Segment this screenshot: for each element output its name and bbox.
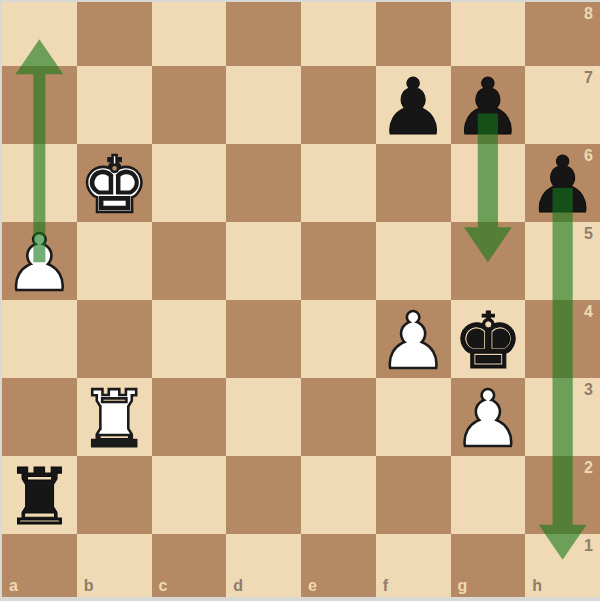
piece-bP-h6[interactable]: ♟ xyxy=(528,146,598,224)
square-a1[interactable]: a xyxy=(2,534,77,598)
square-b4[interactable] xyxy=(77,300,152,378)
piece-bK-g4[interactable]: ♚ xyxy=(453,302,523,380)
square-h5[interactable]: 5 xyxy=(525,222,600,300)
square-f6[interactable] xyxy=(376,144,451,222)
square-g1[interactable]: g xyxy=(451,534,526,598)
square-b7[interactable] xyxy=(77,66,152,144)
square-a2[interactable]: ♜ xyxy=(2,456,77,534)
square-a3[interactable] xyxy=(2,378,77,456)
square-h4[interactable]: 4 xyxy=(525,300,600,378)
square-c7[interactable] xyxy=(152,66,227,144)
square-h3[interactable]: 3 xyxy=(525,378,600,456)
square-b2[interactable] xyxy=(77,456,152,534)
square-g8[interactable] xyxy=(451,2,526,66)
coordinate-file-f: f xyxy=(383,578,388,594)
square-e7[interactable] xyxy=(301,66,376,144)
coordinate-rank-8: 8 xyxy=(584,6,593,22)
square-c1[interactable]: c xyxy=(152,534,227,598)
square-h6[interactable]: ♟6 xyxy=(525,144,600,222)
square-d1[interactable]: d xyxy=(226,534,301,598)
square-d3[interactable] xyxy=(226,378,301,456)
square-e5[interactable] xyxy=(301,222,376,300)
square-g7[interactable]: ♟ xyxy=(451,66,526,144)
square-g2[interactable] xyxy=(451,456,526,534)
square-e4[interactable] xyxy=(301,300,376,378)
square-a4[interactable] xyxy=(2,300,77,378)
coordinate-rank-3: 3 xyxy=(584,382,593,398)
square-d6[interactable] xyxy=(226,144,301,222)
square-a7[interactable] xyxy=(2,66,77,144)
square-a6[interactable] xyxy=(2,144,77,222)
square-h1[interactable]: 1h xyxy=(525,534,600,598)
piece-wP-a5[interactable]: ♟ xyxy=(4,224,74,302)
square-d7[interactable] xyxy=(226,66,301,144)
piece-wK-b6[interactable]: ♚ xyxy=(79,146,149,224)
square-c8[interactable] xyxy=(152,2,227,66)
piece-wR-b3[interactable]: ♜ xyxy=(79,380,149,458)
square-d5[interactable] xyxy=(226,222,301,300)
piece-bP-f7[interactable]: ♟ xyxy=(378,68,448,146)
coordinate-file-g: g xyxy=(458,578,468,594)
square-b3[interactable]: ♜ xyxy=(77,378,152,456)
piece-bP-g7[interactable]: ♟ xyxy=(453,68,523,146)
square-f8[interactable] xyxy=(376,2,451,66)
square-f5[interactable] xyxy=(376,222,451,300)
piece-wP-f4[interactable]: ♟ xyxy=(378,302,448,380)
coordinate-rank-6: 6 xyxy=(584,148,593,164)
coordinate-rank-1: 1 xyxy=(584,538,593,554)
coordinate-file-a: a xyxy=(9,578,18,594)
square-f3[interactable] xyxy=(376,378,451,456)
coordinate-file-d: d xyxy=(233,578,243,594)
square-d8[interactable] xyxy=(226,2,301,66)
square-e3[interactable] xyxy=(301,378,376,456)
coordinate-rank-7: 7 xyxy=(584,70,593,86)
coordinate-file-c: c xyxy=(159,578,168,594)
square-a5[interactable]: ♟ xyxy=(2,222,77,300)
square-e6[interactable] xyxy=(301,144,376,222)
chess-board[interactable]: 8♟♟7♚♟6♟5♟♚4♜♟3♜2abcdefg1h xyxy=(2,2,600,597)
square-c5[interactable] xyxy=(152,222,227,300)
square-g3[interactable]: ♟ xyxy=(451,378,526,456)
square-e8[interactable] xyxy=(301,2,376,66)
square-e2[interactable] xyxy=(301,456,376,534)
square-f1[interactable]: f xyxy=(376,534,451,598)
square-c3[interactable] xyxy=(152,378,227,456)
square-d2[interactable] xyxy=(226,456,301,534)
coordinate-rank-2: 2 xyxy=(584,460,593,476)
coordinate-rank-4: 4 xyxy=(584,304,593,320)
square-f2[interactable] xyxy=(376,456,451,534)
square-g6[interactable] xyxy=(451,144,526,222)
square-b1[interactable]: b xyxy=(77,534,152,598)
square-h8[interactable]: 8 xyxy=(525,2,600,66)
square-c2[interactable] xyxy=(152,456,227,534)
coordinate-rank-5: 5 xyxy=(584,226,593,242)
square-b8[interactable] xyxy=(77,2,152,66)
square-a8[interactable] xyxy=(2,2,77,66)
coordinate-file-e: e xyxy=(308,578,317,594)
square-g5[interactable] xyxy=(451,222,526,300)
square-c6[interactable] xyxy=(152,144,227,222)
square-g4[interactable]: ♚ xyxy=(451,300,526,378)
piece-bR-a2[interactable]: ♜ xyxy=(4,458,74,536)
piece-wP-g3[interactable]: ♟ xyxy=(453,380,523,458)
square-d4[interactable] xyxy=(226,300,301,378)
square-b5[interactable] xyxy=(77,222,152,300)
square-e1[interactable]: e xyxy=(301,534,376,598)
square-f4[interactable]: ♟ xyxy=(376,300,451,378)
coordinate-file-h: h xyxy=(532,578,542,594)
square-h7[interactable]: 7 xyxy=(525,66,600,144)
coordinate-file-b: b xyxy=(84,578,94,594)
square-h2[interactable]: 2 xyxy=(525,456,600,534)
square-f7[interactable]: ♟ xyxy=(376,66,451,144)
square-b6[interactable]: ♚ xyxy=(77,144,152,222)
square-c4[interactable] xyxy=(152,300,227,378)
